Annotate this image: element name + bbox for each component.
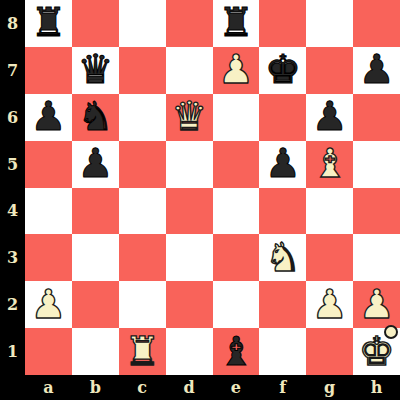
square-g2[interactable]: ♟ — [306, 281, 353, 328]
square-a1[interactable] — [25, 328, 72, 375]
file-label-a: a — [25, 375, 72, 400]
square-b8[interactable] — [72, 0, 119, 47]
square-f5[interactable]: ♟ — [259, 141, 306, 188]
piece-black-pawn: ♟ — [31, 96, 67, 136]
square-e6[interactable] — [213, 94, 260, 141]
square-g6[interactable]: ♟ — [306, 94, 353, 141]
piece-black-pawn: ♟ — [265, 143, 301, 183]
square-f2[interactable] — [259, 281, 306, 328]
piece-white-rook: ♜ — [124, 331, 160, 371]
square-h3[interactable] — [353, 234, 400, 281]
square-h5[interactable] — [353, 141, 400, 188]
square-h7[interactable]: ♟ — [353, 47, 400, 94]
file-label-b: b — [72, 375, 119, 400]
file-label-f: f — [259, 375, 306, 400]
file-label-h: h — [353, 375, 400, 400]
piece-white-pawn: ♟ — [312, 284, 348, 324]
square-d5[interactable] — [166, 141, 213, 188]
square-c5[interactable] — [119, 141, 166, 188]
piece-black-rook: ♜ — [31, 2, 67, 42]
file-label-e: e — [213, 375, 260, 400]
square-a2[interactable]: ♟ — [25, 281, 72, 328]
piece-white-bishop: ♝ — [312, 143, 348, 183]
square-g3[interactable] — [306, 234, 353, 281]
square-c8[interactable] — [119, 0, 166, 47]
square-e4[interactable] — [213, 188, 260, 235]
piece-white-knight: ♞ — [265, 237, 301, 277]
square-f6[interactable] — [259, 94, 306, 141]
rank-label-8: 8 — [0, 0, 25, 47]
square-d1[interactable] — [166, 328, 213, 375]
square-c6[interactable] — [119, 94, 166, 141]
square-g1[interactable] — [306, 328, 353, 375]
square-f3[interactable]: ♞ — [259, 234, 306, 281]
board-frame: 87654321 ♜♜♛♟♚♟♟♞♛♟♟♟♝♞♟♟♟♜♝♚ abcdefgh — [0, 0, 400, 400]
square-e2[interactable] — [213, 281, 260, 328]
square-e8[interactable]: ♜ — [213, 0, 260, 47]
square-f1[interactable] — [259, 328, 306, 375]
square-g7[interactable] — [306, 47, 353, 94]
square-g5[interactable]: ♝ — [306, 141, 353, 188]
square-e7[interactable]: ♟ — [213, 47, 260, 94]
square-d3[interactable] — [166, 234, 213, 281]
piece-white-pawn: ♟ — [359, 284, 395, 324]
rank-label-5: 5 — [0, 141, 25, 188]
square-h6[interactable] — [353, 94, 400, 141]
square-a5[interactable] — [25, 141, 72, 188]
square-h4[interactable] — [353, 188, 400, 235]
square-b2[interactable] — [72, 281, 119, 328]
piece-white-pawn: ♟ — [218, 49, 254, 89]
piece-black-rook: ♜ — [218, 2, 254, 42]
piece-black-pawn: ♟ — [312, 96, 348, 136]
square-a8[interactable]: ♜ — [25, 0, 72, 47]
square-e3[interactable] — [213, 234, 260, 281]
square-a3[interactable] — [25, 234, 72, 281]
rank-label-6: 6 — [0, 94, 25, 141]
square-e1[interactable]: ♝ — [213, 328, 260, 375]
rank-label-3: 3 — [0, 234, 25, 281]
piece-black-king: ♚ — [265, 49, 301, 89]
square-c4[interactable] — [119, 188, 166, 235]
square-a6[interactable]: ♟ — [25, 94, 72, 141]
rank-labels: 87654321 — [0, 0, 25, 375]
square-b7[interactable]: ♛ — [72, 47, 119, 94]
square-g4[interactable] — [306, 188, 353, 235]
square-h2[interactable]: ♟ — [353, 281, 400, 328]
piece-white-queen: ♛ — [171, 96, 207, 136]
square-d7[interactable] — [166, 47, 213, 94]
square-c2[interactable] — [119, 281, 166, 328]
file-label-c: c — [119, 375, 166, 400]
square-b6[interactable]: ♞ — [72, 94, 119, 141]
square-g8[interactable] — [306, 0, 353, 47]
square-f7[interactable]: ♚ — [259, 47, 306, 94]
square-d4[interactable] — [166, 188, 213, 235]
square-d8[interactable] — [166, 0, 213, 47]
square-b5[interactable]: ♟ — [72, 141, 119, 188]
square-d6[interactable]: ♛ — [166, 94, 213, 141]
piece-black-knight: ♞ — [77, 96, 113, 136]
board: ♜♜♛♟♚♟♟♞♛♟♟♟♝♞♟♟♟♜♝♚ — [25, 0, 400, 375]
piece-black-pawn: ♟ — [359, 49, 395, 89]
rank-label-2: 2 — [0, 281, 25, 328]
square-h8[interactable] — [353, 0, 400, 47]
square-d2[interactable] — [166, 281, 213, 328]
square-f4[interactable] — [259, 188, 306, 235]
square-c7[interactable] — [119, 47, 166, 94]
square-b4[interactable] — [72, 188, 119, 235]
file-labels: abcdefgh — [25, 375, 400, 400]
rank-label-4: 4 — [0, 188, 25, 235]
square-f8[interactable] — [259, 0, 306, 47]
piece-black-queen: ♛ — [77, 49, 113, 89]
piece-black-pawn: ♟ — [77, 143, 113, 183]
square-a4[interactable] — [25, 188, 72, 235]
square-c1[interactable]: ♜ — [119, 328, 166, 375]
rank-label-1: 1 — [0, 328, 25, 375]
square-a7[interactable] — [25, 47, 72, 94]
piece-white-pawn: ♟ — [31, 284, 67, 324]
white-to-move-indicator — [384, 325, 398, 339]
file-label-g: g — [306, 375, 353, 400]
square-e5[interactable] — [213, 141, 260, 188]
file-label-d: d — [166, 375, 213, 400]
rank-label-7: 7 — [0, 47, 25, 94]
piece-black-bishop: ♝ — [218, 331, 254, 371]
square-c3[interactable] — [119, 234, 166, 281]
square-b1[interactable] — [72, 328, 119, 375]
square-b3[interactable] — [72, 234, 119, 281]
